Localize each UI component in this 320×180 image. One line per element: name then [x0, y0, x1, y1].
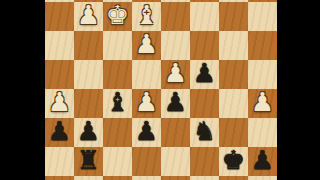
square-f3[interactable]: ♞: [190, 118, 219, 147]
square-g3[interactable]: [219, 118, 248, 147]
square-d6[interactable]: ♟: [132, 31, 161, 60]
square-b6[interactable]: [74, 31, 103, 60]
white-pawn: ♟: [164, 59, 187, 88]
square-c7[interactable]: ♚: [103, 2, 132, 31]
black-bishop: ♝: [106, 88, 129, 117]
square-h3[interactable]: [248, 118, 277, 147]
square-a7[interactable]: [45, 2, 74, 31]
square-c2[interactable]: [103, 147, 132, 176]
square-e4[interactable]: ♟: [161, 89, 190, 118]
square-e3[interactable]: [161, 118, 190, 147]
square-c5[interactable]: [103, 60, 132, 89]
square-b2[interactable]: ♜: [74, 147, 103, 176]
white-pawn: ♟: [48, 88, 71, 117]
square-g5[interactable]: [219, 60, 248, 89]
square-a1[interactable]: [45, 176, 74, 180]
square-a3[interactable]: ♟: [45, 118, 74, 147]
square-d7[interactable]: ♝: [132, 2, 161, 31]
black-pawn: ♟: [193, 59, 216, 88]
white-bishop: ♝: [135, 1, 158, 30]
black-pawn: ♟: [48, 117, 71, 146]
black-pawn: ♟: [77, 117, 100, 146]
square-d4[interactable]: ♟: [132, 89, 161, 118]
square-c1[interactable]: [103, 176, 132, 180]
square-d1[interactable]: [132, 176, 161, 180]
square-h2[interactable]: ♟: [248, 147, 277, 176]
square-g2[interactable]: ♚: [219, 147, 248, 176]
black-rook: ♜: [77, 146, 100, 175]
black-pawn: ♟: [135, 117, 158, 146]
square-h7[interactable]: [248, 2, 277, 31]
square-d3[interactable]: ♟: [132, 118, 161, 147]
square-f5[interactable]: ♟: [190, 60, 219, 89]
black-king: ♚: [222, 146, 245, 175]
chess-board: ♟♚♝♟♟♟♟♝♟♟♟♟♟♟♞♜♚♟: [45, 0, 277, 180]
square-e2[interactable]: [161, 147, 190, 176]
square-e6[interactable]: [161, 31, 190, 60]
square-c4[interactable]: ♝: [103, 89, 132, 118]
black-pawn: ♟: [251, 146, 274, 175]
square-b1[interactable]: [74, 176, 103, 180]
square-c6[interactable]: [103, 31, 132, 60]
square-e5[interactable]: ♟: [161, 60, 190, 89]
square-h5[interactable]: [248, 60, 277, 89]
square-h4[interactable]: ♟: [248, 89, 277, 118]
square-h6[interactable]: [248, 31, 277, 60]
square-g7[interactable]: [219, 2, 248, 31]
square-a4[interactable]: ♟: [45, 89, 74, 118]
square-d5[interactable]: [132, 60, 161, 89]
black-pawn: ♟: [164, 88, 187, 117]
square-f1[interactable]: [190, 176, 219, 180]
square-d2[interactable]: [132, 147, 161, 176]
white-pawn: ♟: [77, 1, 100, 30]
square-c3[interactable]: [103, 118, 132, 147]
white-pawn: ♟: [251, 88, 274, 117]
letterbox-left: [0, 0, 45, 180]
white-king: ♚: [106, 1, 129, 30]
square-f2[interactable]: [190, 147, 219, 176]
square-g4[interactable]: [219, 89, 248, 118]
square-h1[interactable]: [248, 176, 277, 180]
letterbox-right: [277, 0, 320, 180]
square-a6[interactable]: [45, 31, 74, 60]
square-e7[interactable]: [161, 2, 190, 31]
square-b7[interactable]: ♟: [74, 2, 103, 31]
square-a5[interactable]: [45, 60, 74, 89]
square-f4[interactable]: [190, 89, 219, 118]
white-pawn: ♟: [135, 88, 158, 117]
square-e1[interactable]: [161, 176, 190, 180]
square-b3[interactable]: ♟: [74, 118, 103, 147]
square-g6[interactable]: [219, 31, 248, 60]
white-pawn: ♟: [135, 30, 158, 59]
square-f6[interactable]: [190, 31, 219, 60]
square-g1[interactable]: [219, 176, 248, 180]
square-b4[interactable]: [74, 89, 103, 118]
square-b5[interactable]: [74, 60, 103, 89]
square-f7[interactable]: [190, 2, 219, 31]
square-a2[interactable]: [45, 147, 74, 176]
black-knight: ♞: [193, 117, 216, 146]
chess-diagram: ♟♚♝♟♟♟♟♝♟♟♟♟♟♟♞♜♚♟: [0, 0, 320, 180]
